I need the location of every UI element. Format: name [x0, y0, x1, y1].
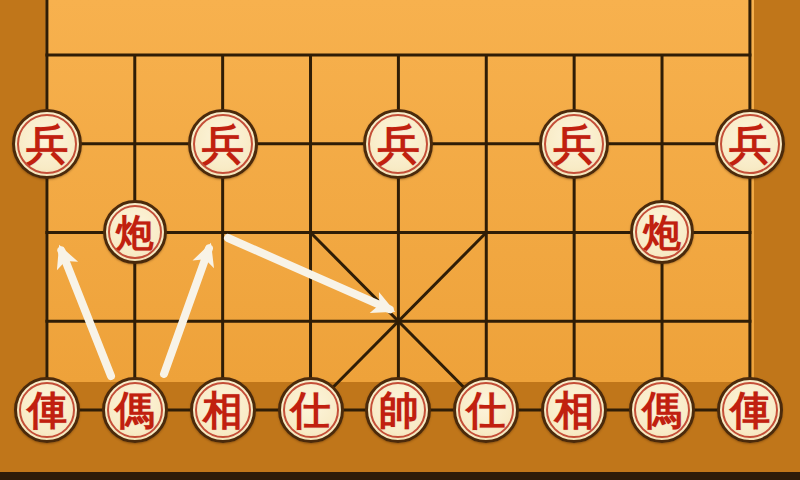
piece-elephant-c1[interactable]: 相	[190, 377, 256, 443]
soldier-glyph: 兵	[377, 124, 419, 166]
advisor-glyph: 仕	[291, 391, 331, 431]
general-glyph: 帥	[378, 391, 418, 431]
chariot-glyph: 俥	[730, 391, 770, 431]
piece-elephant-g1[interactable]: 相	[541, 377, 607, 443]
cannon-glyph: 炮	[116, 214, 154, 252]
bottom-dark-strip	[0, 472, 800, 480]
piece-advisor-d1[interactable]: 仕	[278, 377, 344, 443]
soldier-glyph: 兵	[729, 124, 771, 166]
horse-glyph: 傌	[115, 391, 155, 431]
cannon-glyph: 炮	[643, 214, 681, 252]
chariot-glyph: 俥	[27, 391, 67, 431]
soldier-glyph: 兵	[26, 124, 68, 166]
horse-glyph: 傌	[642, 391, 682, 431]
pieces-layer: 俥傌相仕帥仕相傌俥炮炮兵兵兵兵兵	[3, 11, 794, 455]
piece-advisor-f1[interactable]: 仕	[453, 377, 519, 443]
piece-soldier-e4[interactable]: 兵	[363, 109, 433, 179]
soldier-glyph: 兵	[553, 124, 595, 166]
piece-cannon-h3[interactable]: 炮	[630, 200, 694, 264]
piece-cannon-b3[interactable]: 炮	[103, 200, 167, 264]
piece-chariot-i1[interactable]: 俥	[717, 377, 783, 443]
piece-soldier-a4[interactable]: 兵	[12, 109, 82, 179]
piece-general-e1[interactable]: 帥	[365, 377, 431, 443]
piece-soldier-c4[interactable]: 兵	[188, 109, 258, 179]
soldier-glyph: 兵	[202, 124, 244, 166]
elephant-glyph: 相	[203, 391, 243, 431]
piece-horse-h1[interactable]: 傌	[629, 377, 695, 443]
piece-chariot-a1[interactable]: 俥	[14, 377, 80, 443]
elephant-glyph: 相	[554, 391, 594, 431]
piece-soldier-g4[interactable]: 兵	[539, 109, 609, 179]
advisor-glyph: 仕	[466, 391, 506, 431]
xiangqi-half-board-diagram: 俥傌相仕帥仕相傌俥炮炮兵兵兵兵兵	[0, 0, 800, 480]
piece-soldier-i4[interactable]: 兵	[715, 109, 785, 179]
piece-horse-b1[interactable]: 傌	[102, 377, 168, 443]
